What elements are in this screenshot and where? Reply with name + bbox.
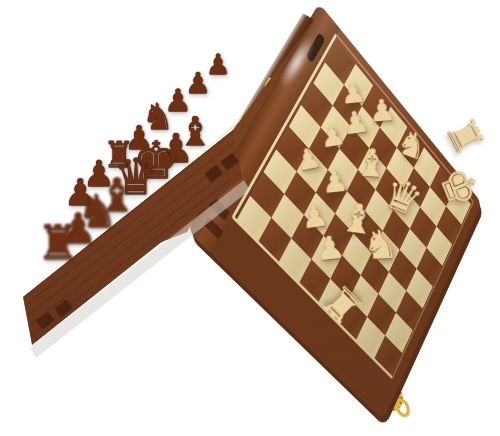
dark-rook-piece: ♜ bbox=[36, 218, 79, 266]
product-photo-scene: ♟♟♜♟♟♞♟♝♚♟♛♟♝♞♟♜ ♟♟♟♞♟♜♟♟♝♟♚♛♝♞♟♜ bbox=[0, 0, 500, 436]
dark-pieces-layer: ♟♟♟♞♟♜♟♟♝♟♚♛♝♞♟♜ bbox=[0, 0, 500, 436]
